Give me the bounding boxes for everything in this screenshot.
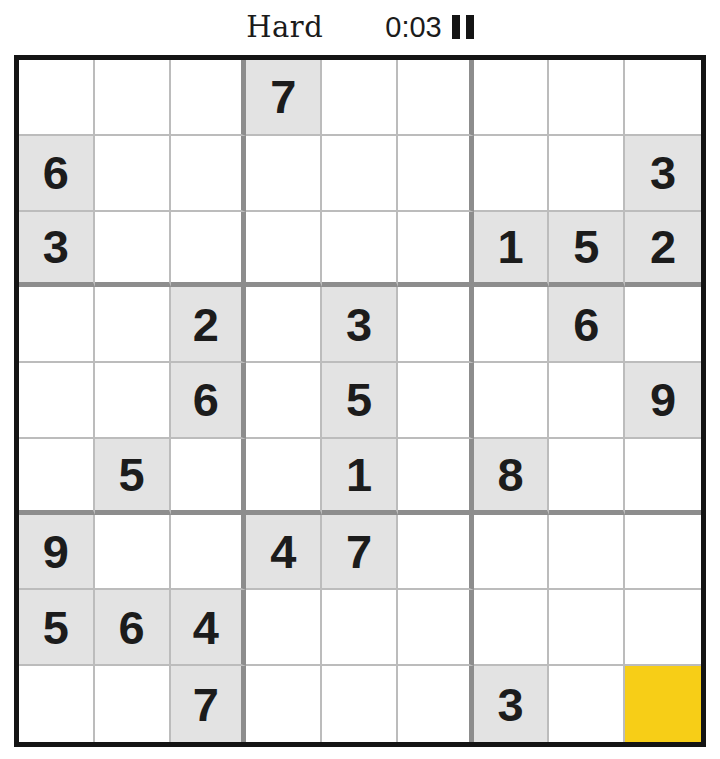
cell-r9c6[interactable] (398, 666, 474, 742)
cell-r4c3[interactable]: 2 (171, 287, 247, 363)
cell-r2c4[interactable] (246, 136, 322, 212)
cell-r7c2[interactable] (95, 515, 171, 591)
cell-r6c3[interactable] (171, 439, 247, 515)
cell-r6c8[interactable] (549, 439, 625, 515)
cell-r5c2[interactable] (95, 363, 171, 439)
cell-r3c8[interactable]: 5 (549, 212, 625, 288)
cell-r4c2[interactable] (95, 287, 171, 363)
cell-r7c6[interactable] (398, 515, 474, 591)
cell-r7c8[interactable] (549, 515, 625, 591)
cell-r3c3[interactable] (171, 212, 247, 288)
cell-r5c3[interactable]: 6 (171, 363, 247, 439)
timer-group: 0:03 (385, 11, 473, 44)
cell-r5c9[interactable]: 9 (625, 363, 701, 439)
cell-r8c5[interactable] (322, 590, 398, 666)
cell-r8c8[interactable] (549, 590, 625, 666)
cell-r6c7[interactable]: 8 (474, 439, 550, 515)
cell-r1c1[interactable] (19, 60, 95, 136)
difficulty-label: Hard (246, 10, 323, 44)
cell-r3c1[interactable]: 3 (19, 212, 95, 288)
cell-r1c6[interactable] (398, 60, 474, 136)
cell-r8c4[interactable] (246, 590, 322, 666)
cell-r9c5[interactable] (322, 666, 398, 742)
cell-r2c3[interactable] (171, 136, 247, 212)
cell-r9c7[interactable]: 3 (474, 666, 550, 742)
cell-r6c5[interactable]: 1 (322, 439, 398, 515)
cell-r5c6[interactable] (398, 363, 474, 439)
cell-r4c8[interactable]: 6 (549, 287, 625, 363)
cell-r6c4[interactable] (246, 439, 322, 515)
cell-r4c9[interactable] (625, 287, 701, 363)
cell-r9c4[interactable] (246, 666, 322, 742)
cell-r9c3[interactable]: 7 (171, 666, 247, 742)
pause-icon[interactable] (452, 15, 474, 39)
cell-r1c3[interactable] (171, 60, 247, 136)
cell-r2c6[interactable] (398, 136, 474, 212)
cell-r8c6[interactable] (398, 590, 474, 666)
cell-r1c5[interactable] (322, 60, 398, 136)
cell-r8c2[interactable]: 6 (95, 590, 171, 666)
cell-r3c9[interactable]: 2 (625, 212, 701, 288)
cell-r2c2[interactable] (95, 136, 171, 212)
cell-r4c7[interactable] (474, 287, 550, 363)
cell-r8c7[interactable] (474, 590, 550, 666)
cell-r3c5[interactable] (322, 212, 398, 288)
cell-r4c6[interactable] (398, 287, 474, 363)
timer: 0:03 (385, 11, 441, 44)
cell-r8c3[interactable]: 4 (171, 590, 247, 666)
cell-r5c1[interactable] (19, 363, 95, 439)
cell-r4c5[interactable]: 3 (322, 287, 398, 363)
cell-r3c2[interactable] (95, 212, 171, 288)
header: Hard 0:03 (0, 0, 720, 48)
cell-r6c9[interactable] (625, 439, 701, 515)
cell-r8c1[interactable]: 5 (19, 590, 95, 666)
cell-r7c4[interactable]: 4 (246, 515, 322, 591)
cell-r7c5[interactable]: 7 (322, 515, 398, 591)
cell-r1c8[interactable] (549, 60, 625, 136)
cell-r2c1[interactable]: 6 (19, 136, 95, 212)
cell-r3c4[interactable] (246, 212, 322, 288)
cell-r4c1[interactable] (19, 287, 95, 363)
cell-r6c1[interactable] (19, 439, 95, 515)
cell-r6c2[interactable]: 5 (95, 439, 171, 515)
cell-r5c7[interactable] (474, 363, 550, 439)
cell-r9c9[interactable] (625, 666, 701, 742)
cell-r7c7[interactable] (474, 515, 550, 591)
cell-r2c8[interactable] (549, 136, 625, 212)
cell-r1c2[interactable] (95, 60, 171, 136)
cell-r9c1[interactable] (19, 666, 95, 742)
cell-r5c4[interactable] (246, 363, 322, 439)
sudoku-board: 763315223665951894756473 (14, 55, 706, 747)
cell-r2c9[interactable]: 3 (625, 136, 701, 212)
cell-r2c5[interactable] (322, 136, 398, 212)
cell-r6c6[interactable] (398, 439, 474, 515)
cell-r1c7[interactable] (474, 60, 550, 136)
cell-r3c6[interactable] (398, 212, 474, 288)
cell-r1c4[interactable]: 7 (246, 60, 322, 136)
cell-r2c7[interactable] (474, 136, 550, 212)
cell-r1c9[interactable] (625, 60, 701, 136)
cell-r5c8[interactable] (549, 363, 625, 439)
cell-r3c7[interactable]: 1 (474, 212, 550, 288)
cell-r7c3[interactable] (171, 515, 247, 591)
cell-r8c9[interactable] (625, 590, 701, 666)
cell-r7c1[interactable]: 9 (19, 515, 95, 591)
cell-r7c9[interactable] (625, 515, 701, 591)
cell-r4c4[interactable] (246, 287, 322, 363)
cell-r9c8[interactable] (549, 666, 625, 742)
cell-r5c5[interactable]: 5 (322, 363, 398, 439)
cell-r9c2[interactable] (95, 666, 171, 742)
